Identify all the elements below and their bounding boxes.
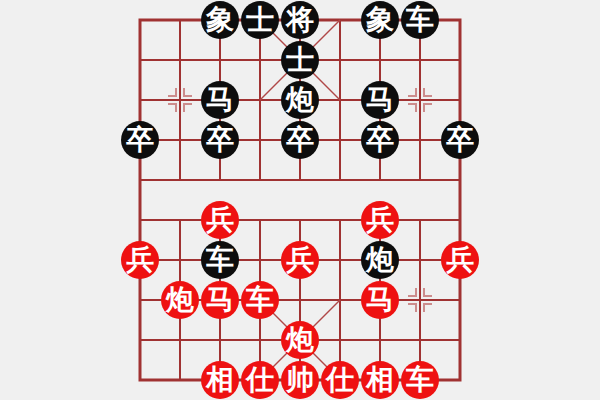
pieces-grid: 象士将象车士马炮马卒卒卒卒卒兵兵兵车兵炮兵炮马车马炮相仕帅仕相车 — [120, 0, 480, 400]
piece-red-advisor[interactable]: 仕 — [241, 361, 279, 399]
xiangqi-board: 象士将象车士马炮马卒卒卒卒卒兵兵兵车兵炮兵炮马车马炮相仕帅仕相车 — [0, 0, 600, 400]
piece-black-chariot[interactable]: 车 — [201, 241, 239, 279]
piece-black-soldier[interactable]: 卒 — [281, 121, 319, 159]
piece-red-general[interactable]: 帅 — [281, 361, 319, 399]
piece-red-advisor[interactable]: 仕 — [321, 361, 359, 399]
piece-red-soldier[interactable]: 兵 — [201, 201, 239, 239]
piece-red-chariot[interactable]: 车 — [241, 281, 279, 319]
piece-black-general[interactable]: 将 — [281, 1, 319, 39]
piece-red-cannon[interactable]: 炮 — [281, 321, 319, 359]
piece-red-soldier[interactable]: 兵 — [441, 241, 479, 279]
piece-red-horse[interactable]: 马 — [361, 281, 399, 319]
piece-black-elephant[interactable]: 象 — [361, 1, 399, 39]
piece-red-soldier[interactable]: 兵 — [361, 201, 399, 239]
piece-red-horse[interactable]: 马 — [201, 281, 239, 319]
piece-black-cannon[interactable]: 炮 — [361, 241, 399, 279]
piece-black-advisor[interactable]: 士 — [281, 41, 319, 79]
piece-black-elephant[interactable]: 象 — [201, 1, 239, 39]
piece-black-advisor[interactable]: 士 — [241, 1, 279, 39]
piece-red-cannon[interactable]: 炮 — [161, 281, 199, 319]
piece-black-horse[interactable]: 马 — [361, 81, 399, 119]
piece-black-soldier[interactable]: 卒 — [441, 121, 479, 159]
piece-red-chariot[interactable]: 车 — [401, 361, 439, 399]
piece-black-cannon[interactable]: 炮 — [281, 81, 319, 119]
piece-red-elephant[interactable]: 相 — [361, 361, 399, 399]
piece-red-elephant[interactable]: 相 — [201, 361, 239, 399]
piece-black-soldier[interactable]: 卒 — [361, 121, 399, 159]
piece-black-soldier[interactable]: 卒 — [121, 121, 159, 159]
piece-black-soldier[interactable]: 卒 — [201, 121, 239, 159]
piece-red-soldier[interactable]: 兵 — [281, 241, 319, 279]
piece-black-horse[interactable]: 马 — [201, 81, 239, 119]
piece-red-soldier[interactable]: 兵 — [121, 241, 159, 279]
piece-black-chariot[interactable]: 车 — [401, 1, 439, 39]
